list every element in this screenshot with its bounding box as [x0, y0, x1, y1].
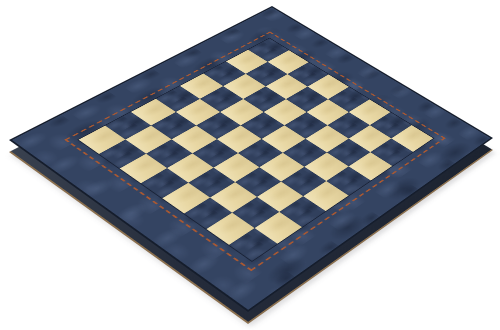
photo-canvas [0, 0, 500, 330]
chess-board [9, 6, 493, 312]
